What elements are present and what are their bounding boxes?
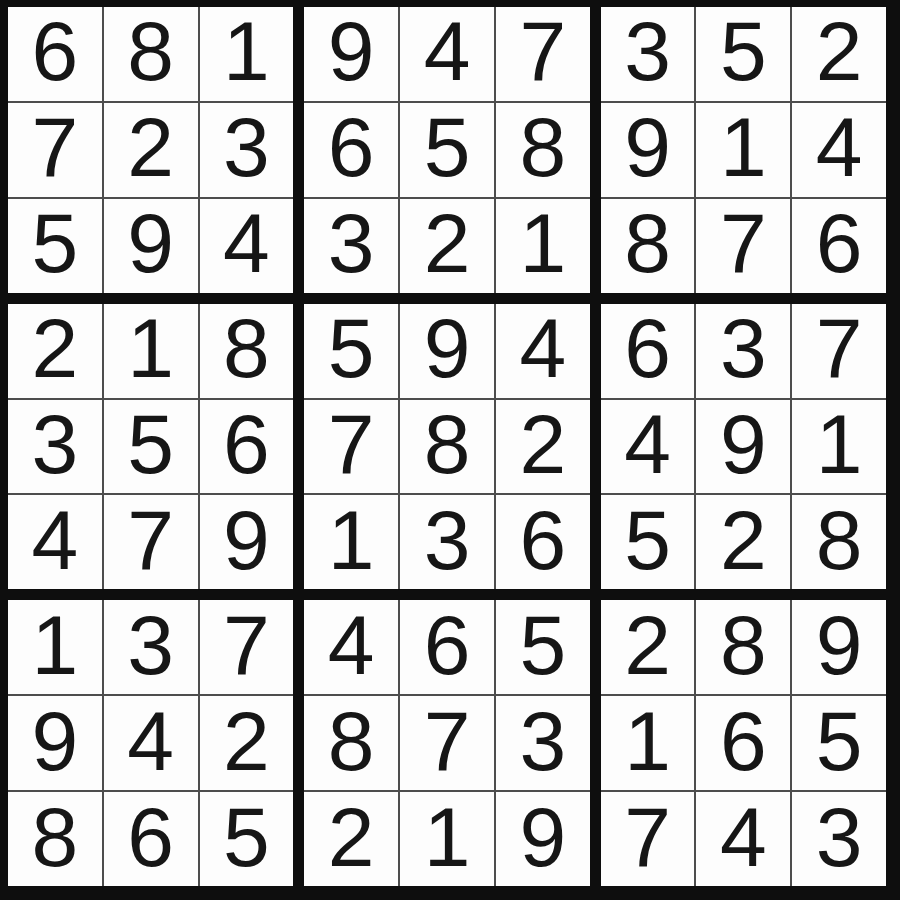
sudoku-cell[interactable]: 4	[200, 199, 294, 293]
sudoku-cell[interactable]: 7	[601, 792, 695, 886]
sudoku-cell[interactable]: 6	[104, 792, 198, 886]
sudoku-cell[interactable]: 5	[496, 600, 590, 694]
sudoku-cell[interactable]: 3	[304, 199, 398, 293]
sudoku-cell[interactable]: 1	[200, 7, 294, 101]
sudoku-cell[interactable]: 3	[200, 103, 294, 197]
sudoku-cell[interactable]: 6	[601, 304, 695, 398]
sudoku-cell[interactable]: 2	[400, 199, 494, 293]
sudoku-cell[interactable]: 1	[496, 199, 590, 293]
sudoku-cell[interactable]: 7	[496, 7, 590, 101]
sudoku-cell[interactable]: 3	[8, 400, 102, 494]
sudoku-cell[interactable]: 4	[792, 103, 886, 197]
sudoku-cell[interactable]: 6	[792, 199, 886, 293]
sudoku-cell[interactable]: 5	[304, 304, 398, 398]
sudoku-cell[interactable]: 9	[200, 495, 294, 589]
sudoku-cell[interactable]: 7	[200, 600, 294, 694]
sudoku-cell[interactable]: 6	[696, 696, 790, 790]
sudoku-box: 289165743	[601, 600, 886, 886]
sudoku-cell[interactable]: 4	[104, 696, 198, 790]
sudoku-cell[interactable]: 1	[104, 304, 198, 398]
sudoku-cell[interactable]: 2	[696, 495, 790, 589]
sudoku-cell[interactable]: 9	[696, 400, 790, 494]
sudoku-cell[interactable]: 5	[696, 7, 790, 101]
sudoku-cell[interactable]: 4	[400, 7, 494, 101]
sudoku-cell[interactable]: 3	[792, 792, 886, 886]
sudoku-cell[interactable]: 9	[400, 304, 494, 398]
sudoku-cell[interactable]: 5	[601, 495, 695, 589]
sudoku-cell[interactable]: 2	[200, 696, 294, 790]
sudoku-cell[interactable]: 7	[8, 103, 102, 197]
sudoku-cell[interactable]: 8	[601, 199, 695, 293]
sudoku-cell[interactable]: 2	[496, 400, 590, 494]
sudoku-cell[interactable]: 7	[792, 304, 886, 398]
sudoku-cell[interactable]: 7	[696, 199, 790, 293]
sudoku-cell[interactable]: 3	[496, 696, 590, 790]
sudoku-cell[interactable]: 2	[304, 792, 398, 886]
sudoku-box: 637491528	[601, 304, 886, 590]
sudoku-cell[interactable]: 8	[400, 400, 494, 494]
sudoku-cell[interactable]: 2	[104, 103, 198, 197]
sudoku-cell[interactable]: 1	[696, 103, 790, 197]
sudoku-box: 218356479	[8, 304, 293, 590]
sudoku-cell[interactable]: 6	[8, 7, 102, 101]
sudoku-box: 681723594	[8, 7, 293, 293]
sudoku-cell[interactable]: 3	[696, 304, 790, 398]
sudoku-cell[interactable]: 9	[304, 7, 398, 101]
sudoku-cell[interactable]: 2	[601, 600, 695, 694]
sudoku-cell[interactable]: 3	[104, 600, 198, 694]
sudoku-cell[interactable]: 1	[304, 495, 398, 589]
sudoku-cell[interactable]: 1	[792, 400, 886, 494]
sudoku-cell[interactable]: 4	[8, 495, 102, 589]
sudoku-cell[interactable]: 4	[696, 792, 790, 886]
sudoku-cell[interactable]: 8	[8, 792, 102, 886]
sudoku-cell[interactable]: 9	[104, 199, 198, 293]
sudoku-box: 947658321	[304, 7, 589, 293]
sudoku-box: 137942865	[8, 600, 293, 886]
sudoku-cell[interactable]: 6	[496, 495, 590, 589]
sudoku-box: 352914876	[601, 7, 886, 293]
sudoku-cell[interactable]: 5	[8, 199, 102, 293]
sudoku-cell[interactable]: 5	[104, 400, 198, 494]
sudoku-cell[interactable]: 5	[792, 696, 886, 790]
sudoku-cell[interactable]: 3	[400, 495, 494, 589]
sudoku-box: 465873219	[304, 600, 589, 886]
sudoku-cell[interactable]: 6	[304, 103, 398, 197]
sudoku-cell[interactable]: 8	[792, 495, 886, 589]
sudoku-cell[interactable]: 9	[601, 103, 695, 197]
sudoku-cell[interactable]: 9	[8, 696, 102, 790]
sudoku-cell[interactable]: 8	[496, 103, 590, 197]
sudoku-cell[interactable]: 8	[104, 7, 198, 101]
sudoku-cell[interactable]: 9	[792, 600, 886, 694]
sudoku-cell[interactable]: 4	[601, 400, 695, 494]
sudoku-board: 6817235949476583213529148762183564795947…	[8, 7, 886, 886]
sudoku-cell[interactable]: 7	[104, 495, 198, 589]
sudoku-cell[interactable]: 5	[200, 792, 294, 886]
sudoku-cell[interactable]: 1	[8, 600, 102, 694]
sudoku-cell[interactable]: 6	[400, 600, 494, 694]
sudoku-cell[interactable]: 9	[496, 792, 590, 886]
sudoku-cell[interactable]: 8	[696, 600, 790, 694]
sudoku-cell[interactable]: 1	[400, 792, 494, 886]
sudoku-cell[interactable]: 2	[792, 7, 886, 101]
sudoku-cell[interactable]: 6	[200, 400, 294, 494]
sudoku-cell[interactable]: 8	[200, 304, 294, 398]
sudoku-cell[interactable]: 2	[8, 304, 102, 398]
sudoku-box: 594782136	[304, 304, 589, 590]
sudoku-cell[interactable]: 7	[400, 696, 494, 790]
sudoku-page: 6817235949476583213529148762183564795947…	[0, 0, 900, 900]
sudoku-cell[interactable]: 7	[304, 400, 398, 494]
sudoku-cell[interactable]: 5	[400, 103, 494, 197]
sudoku-cell[interactable]: 3	[601, 7, 695, 101]
sudoku-cell[interactable]: 4	[496, 304, 590, 398]
sudoku-cell[interactable]: 8	[304, 696, 398, 790]
sudoku-cell[interactable]: 4	[304, 600, 398, 694]
sudoku-cell[interactable]: 1	[601, 696, 695, 790]
